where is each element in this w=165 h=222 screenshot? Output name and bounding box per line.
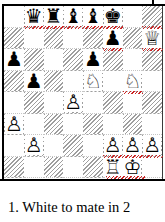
square-f7: ♟ <box>103 28 123 50</box>
square-d1 <box>63 157 83 179</box>
white-knight: ♘ <box>84 71 102 91</box>
square-b6 <box>24 49 44 71</box>
black-pawn: ♟ <box>104 28 122 48</box>
black-queen: ♛ <box>25 6 43 26</box>
square-b1 <box>24 157 44 179</box>
square-g8 <box>123 6 143 28</box>
square-e5: ♘ <box>83 71 103 93</box>
square-b8: ♛ <box>24 6 44 28</box>
white-king: ♔ <box>123 157 141 177</box>
square-g6 <box>123 49 143 71</box>
square-f6 <box>103 49 123 71</box>
white-pawn: ♙ <box>123 135 141 155</box>
square-e4 <box>83 92 103 114</box>
square-a2 <box>4 135 24 157</box>
black-pawn: ♟ <box>25 71 43 91</box>
square-c3 <box>44 114 64 136</box>
square-f4 <box>103 92 123 114</box>
square-c6 <box>44 49 64 71</box>
board-border-right <box>162 6 163 179</box>
square-c8: ♜ <box>44 6 64 28</box>
square-a8 <box>4 6 24 28</box>
square-c7 <box>44 28 64 50</box>
square-f3 <box>103 114 123 136</box>
white-pawn: ♙ <box>25 135 43 155</box>
square-d6 <box>63 49 83 71</box>
spellcheck-squiggle <box>24 26 123 29</box>
white-pawn: ♙ <box>104 135 122 155</box>
square-b2: ♙ <box>24 135 44 157</box>
square-d8: ♝ <box>63 6 83 28</box>
white-queen: ♕ <box>143 28 161 48</box>
black-pawn: ♟ <box>5 49 23 69</box>
square-e7 <box>83 28 103 50</box>
square-e1 <box>83 157 103 179</box>
white-rook: ♖ <box>104 157 122 177</box>
spellcheck-squiggle <box>123 91 143 94</box>
spellcheck-squiggle <box>142 26 162 29</box>
square-d3 <box>63 114 83 136</box>
black-pawn: ♟ <box>84 49 102 69</box>
square-d4: ♙ <box>63 92 83 114</box>
white-pawn: ♙ <box>64 92 82 112</box>
square-a7 <box>4 28 24 50</box>
black-king: ♚ <box>104 6 122 26</box>
square-b4 <box>24 92 44 114</box>
spellcheck-squiggle <box>106 176 145 179</box>
square-g4 <box>123 92 143 114</box>
square-c5 <box>44 71 64 93</box>
square-f5 <box>103 71 123 93</box>
board-border-bottom <box>0 179 165 181</box>
square-g7 <box>123 28 143 50</box>
square-a4 <box>4 92 24 114</box>
black-bishop: ♝ <box>64 6 82 26</box>
square-g3 <box>123 114 143 136</box>
square-h4 <box>142 92 162 114</box>
square-b7 <box>24 28 44 50</box>
square-h7: ♕ <box>142 28 162 50</box>
square-h8 <box>142 6 162 28</box>
square-e2 <box>83 135 103 157</box>
square-d7 <box>63 28 83 50</box>
square-b3 <box>24 114 44 136</box>
spellcheck-squiggle <box>103 155 163 158</box>
square-e8: ♝ <box>83 6 103 28</box>
square-a3: ♙ <box>4 114 24 136</box>
square-c1 <box>44 157 64 179</box>
puzzle-caption: 1. White to mate in 2 <box>8 199 158 216</box>
spellcheck-squiggle <box>142 48 163 51</box>
square-e6: ♟ <box>83 49 103 71</box>
white-pawn: ♙ <box>5 114 23 134</box>
square-e3 <box>83 114 103 136</box>
square-a1 <box>4 157 24 179</box>
black-rook: ♜ <box>44 6 62 26</box>
square-b5: ♟ <box>24 71 44 93</box>
white-pawn: ♙ <box>143 135 161 155</box>
square-h2: ♙ <box>142 135 162 157</box>
square-h3 <box>142 114 162 136</box>
square-c4 <box>44 92 64 114</box>
square-h6 <box>142 49 162 71</box>
square-g2: ♙ <box>123 135 143 157</box>
square-d2 <box>63 135 83 157</box>
square-f2: ♙ <box>103 135 123 157</box>
spellcheck-squiggle <box>103 48 123 51</box>
square-f8: ♚ <box>103 6 123 28</box>
black-bishop: ♝ <box>84 6 102 26</box>
white-knight: ♘ <box>123 71 141 91</box>
square-c2 <box>44 135 64 157</box>
square-a6: ♟ <box>4 49 24 71</box>
square-a5 <box>4 71 24 93</box>
square-h5 <box>142 71 162 93</box>
square-d5 <box>63 71 83 93</box>
square-h1 <box>142 157 162 179</box>
chess-puzzle-page: ♛♜♝♝♚♟♕♟♟♟♘♘♙♙♙♙♙♙♖♔ 1. White to mate in… <box>0 0 165 222</box>
square-g5: ♘ <box>123 71 143 93</box>
